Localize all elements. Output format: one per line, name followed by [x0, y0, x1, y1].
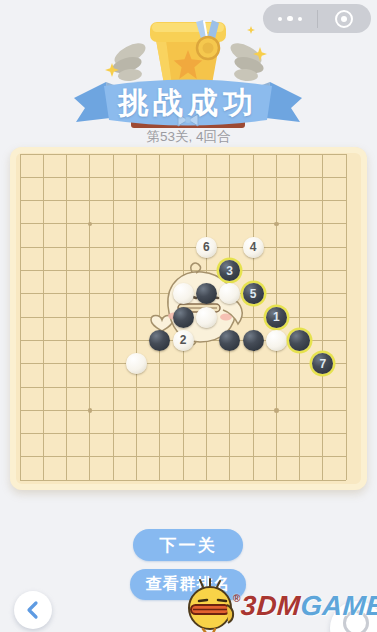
grid-line-v — [299, 154, 300, 480]
back-button[interactable] — [14, 591, 52, 629]
stone-white — [173, 283, 194, 304]
stone-black — [289, 330, 310, 351]
grid-line-h — [20, 433, 346, 434]
stone-white-6: 6 — [196, 237, 217, 258]
grid-line-h — [20, 363, 346, 364]
watermark: ® 3DMGAME — [183, 577, 377, 632]
stone-black — [173, 307, 194, 328]
watermark-game: GAME — [300, 590, 377, 621]
board[interactable]: 6435127 — [10, 147, 367, 490]
watermark-3dm: 3DM — [240, 590, 302, 621]
grid-line-h — [20, 410, 346, 411]
grid-line-h — [20, 480, 346, 481]
next-level-button[interactable]: 下一关 — [133, 529, 243, 561]
star-point — [88, 222, 93, 227]
registered-mark: ® — [233, 593, 240, 604]
stone-black-1: 1 — [266, 307, 287, 328]
stone-white — [196, 307, 217, 328]
star-point — [274, 222, 279, 227]
miniprogram-capsule — [263, 4, 371, 33]
grid-line-h — [20, 456, 346, 457]
result-banner-title: 挑战成功 — [68, 83, 308, 124]
grid-line-v — [253, 154, 254, 480]
grid-line-h — [20, 387, 346, 388]
watermark-text: 3DMGAME — [240, 590, 377, 622]
home-circle-icon — [335, 10, 353, 28]
exit-button[interactable] — [318, 4, 372, 33]
stone-white — [266, 330, 287, 351]
stone-white-2: 2 — [173, 330, 194, 351]
level-round-subtitle: 第53关, 4回合 — [0, 128, 377, 146]
stone-white-4: 4 — [243, 237, 264, 258]
chevron-left-icon — [24, 598, 42, 622]
stone-black-7: 7 — [312, 353, 333, 374]
star-point — [88, 408, 93, 413]
stone-white — [126, 353, 147, 374]
grid-line-v — [322, 154, 323, 480]
stone-black — [219, 330, 240, 351]
grid-line-v — [346, 154, 347, 480]
stone-black — [243, 330, 264, 351]
watermark-chick-icon — [183, 577, 241, 632]
app-screen: 挑战成功 第53关, 4回合 6435127 下一关 查看群排名 — [0, 0, 377, 632]
stone-black-5: 5 — [243, 283, 264, 304]
ellipsis-icon — [278, 16, 302, 22]
star-point — [274, 408, 279, 413]
